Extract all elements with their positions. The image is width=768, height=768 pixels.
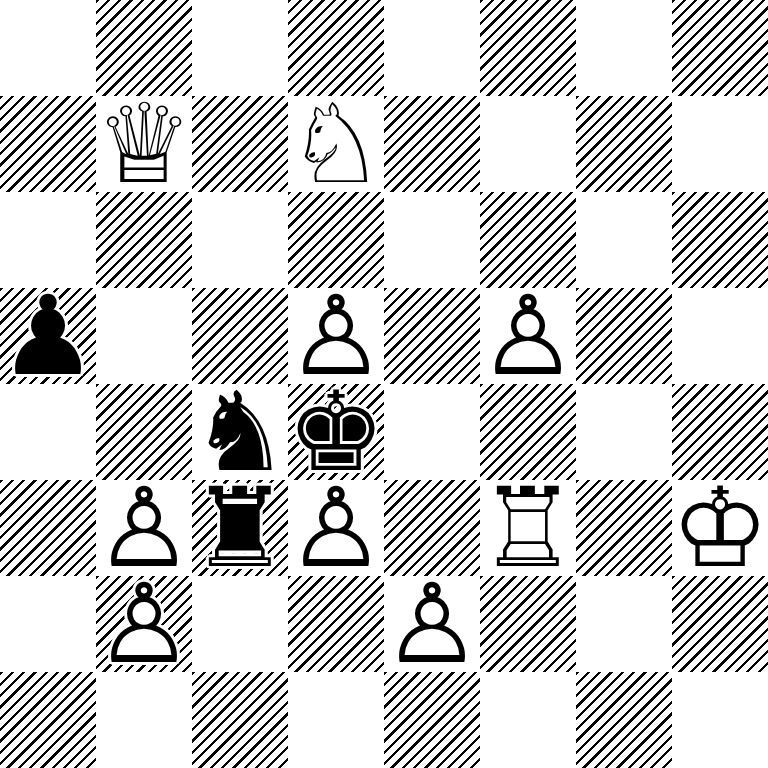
square-b3[interactable]: ♟♙ <box>96 480 192 576</box>
square-a3[interactable] <box>0 480 96 576</box>
white-pawn[interactable]: ♟♙ <box>96 576 192 672</box>
square-h1[interactable] <box>672 672 768 768</box>
square-d1[interactable] <box>288 672 384 768</box>
white-rook-fill: ♜ <box>480 480 576 576</box>
square-f4[interactable] <box>480 384 576 480</box>
square-e2[interactable]: ♟♙ <box>384 576 480 672</box>
square-e6[interactable] <box>384 192 480 288</box>
white-pawn-fill: ♟ <box>288 480 384 576</box>
square-h2[interactable] <box>672 576 768 672</box>
black-king[interactable]: ♚♚ <box>288 384 384 480</box>
square-b8[interactable] <box>96 0 192 96</box>
white-pawn[interactable]: ♟♙ <box>384 576 480 672</box>
white-pawn[interactable]: ♟♙ <box>96 480 192 576</box>
white-queen[interactable]: ♛♕ <box>96 96 192 192</box>
square-b6[interactable] <box>96 192 192 288</box>
square-h4[interactable] <box>672 384 768 480</box>
black-king-fill: ♚ <box>288 384 384 480</box>
square-f3[interactable]: ♜♖ <box>480 480 576 576</box>
square-f6[interactable] <box>480 192 576 288</box>
square-c6[interactable] <box>192 192 288 288</box>
white-pawn-glyph: ♙ <box>480 288 576 384</box>
square-a6[interactable] <box>0 192 96 288</box>
square-d2[interactable] <box>288 576 384 672</box>
black-rook[interactable]: ♜♜ <box>192 480 288 576</box>
white-queen-glyph: ♕ <box>96 96 192 192</box>
square-b5[interactable] <box>96 288 192 384</box>
white-king-fill: ♚ <box>672 480 768 576</box>
white-pawn-glyph: ♙ <box>96 480 192 576</box>
white-knight[interactable]: ♞♘ <box>288 96 384 192</box>
white-queen-fill: ♛ <box>96 96 192 192</box>
square-b7[interactable]: ♛♕ <box>96 96 192 192</box>
white-king-glyph: ♔ <box>672 480 768 576</box>
square-h8[interactable] <box>672 0 768 96</box>
white-pawn-fill: ♟ <box>384 576 480 672</box>
square-c2[interactable] <box>192 576 288 672</box>
square-e4[interactable] <box>384 384 480 480</box>
square-g6[interactable] <box>576 192 672 288</box>
white-pawn-fill: ♟ <box>96 576 192 672</box>
square-h3[interactable]: ♚♔ <box>672 480 768 576</box>
white-king[interactable]: ♚♔ <box>672 480 768 576</box>
square-b4[interactable] <box>96 384 192 480</box>
square-c3[interactable]: ♜♜ <box>192 480 288 576</box>
square-a4[interactable] <box>0 384 96 480</box>
square-e5[interactable] <box>384 288 480 384</box>
white-pawn[interactable]: ♟♙ <box>288 480 384 576</box>
black-pawn-fill: ♟ <box>0 288 96 384</box>
square-a2[interactable] <box>0 576 96 672</box>
black-rook-fill: ♜ <box>192 480 288 576</box>
square-d7[interactable]: ♞♘ <box>288 96 384 192</box>
square-g7[interactable] <box>576 96 672 192</box>
white-rook[interactable]: ♜♖ <box>480 480 576 576</box>
white-pawn-fill: ♟ <box>480 288 576 384</box>
white-pawn-glyph: ♙ <box>288 288 384 384</box>
square-g4[interactable] <box>576 384 672 480</box>
square-c7[interactable] <box>192 96 288 192</box>
black-pawn-glyph: ♟ <box>0 288 96 384</box>
square-e1[interactable] <box>384 672 480 768</box>
square-b1[interactable] <box>96 672 192 768</box>
square-a8[interactable] <box>0 0 96 96</box>
square-d3[interactable]: ♟♙ <box>288 480 384 576</box>
square-h5[interactable] <box>672 288 768 384</box>
square-g1[interactable] <box>576 672 672 768</box>
white-pawn-glyph: ♙ <box>288 480 384 576</box>
square-a1[interactable] <box>0 672 96 768</box>
white-pawn-fill: ♟ <box>96 480 192 576</box>
square-d8[interactable] <box>288 0 384 96</box>
square-f8[interactable] <box>480 0 576 96</box>
white-pawn-glyph: ♙ <box>384 576 480 672</box>
black-pawn[interactable]: ♟♟ <box>0 288 96 384</box>
square-f1[interactable] <box>480 672 576 768</box>
square-d4[interactable]: ♚♚ <box>288 384 384 480</box>
white-pawn-glyph: ♙ <box>96 576 192 672</box>
square-d5[interactable]: ♟♙ <box>288 288 384 384</box>
square-d6[interactable] <box>288 192 384 288</box>
black-rook-glyph: ♜ <box>192 480 288 576</box>
white-rook-glyph: ♖ <box>480 480 576 576</box>
square-h7[interactable] <box>672 96 768 192</box>
black-king-glyph: ♚ <box>288 384 384 480</box>
square-g8[interactable] <box>576 0 672 96</box>
square-h6[interactable] <box>672 192 768 288</box>
black-knight-fill: ♞ <box>192 384 288 480</box>
square-c1[interactable] <box>192 672 288 768</box>
square-f7[interactable] <box>480 96 576 192</box>
white-pawn[interactable]: ♟♙ <box>288 288 384 384</box>
white-knight-fill: ♞ <box>288 96 384 192</box>
chess-board: ♛♕♞♘♟♟♟♙♟♙♞♞♚♚♟♙♜♜♟♙♜♖♚♔♟♙♟♙ <box>0 0 768 768</box>
square-e7[interactable] <box>384 96 480 192</box>
square-a7[interactable] <box>0 96 96 192</box>
square-e3[interactable] <box>384 480 480 576</box>
square-c8[interactable] <box>192 0 288 96</box>
white-pawn[interactable]: ♟♙ <box>480 288 576 384</box>
square-f2[interactable] <box>480 576 576 672</box>
square-a5[interactable]: ♟♟ <box>0 288 96 384</box>
white-pawn-fill: ♟ <box>288 288 384 384</box>
black-knight-glyph: ♞ <box>192 384 288 480</box>
square-b2[interactable]: ♟♙ <box>96 576 192 672</box>
black-knight[interactable]: ♞♞ <box>192 384 288 480</box>
square-e8[interactable] <box>384 0 480 96</box>
square-g5[interactable] <box>576 288 672 384</box>
square-g3[interactable] <box>576 480 672 576</box>
square-f5[interactable]: ♟♙ <box>480 288 576 384</box>
square-g2[interactable] <box>576 576 672 672</box>
white-knight-glyph: ♘ <box>288 96 384 192</box>
square-c5[interactable] <box>192 288 288 384</box>
square-c4[interactable]: ♞♞ <box>192 384 288 480</box>
